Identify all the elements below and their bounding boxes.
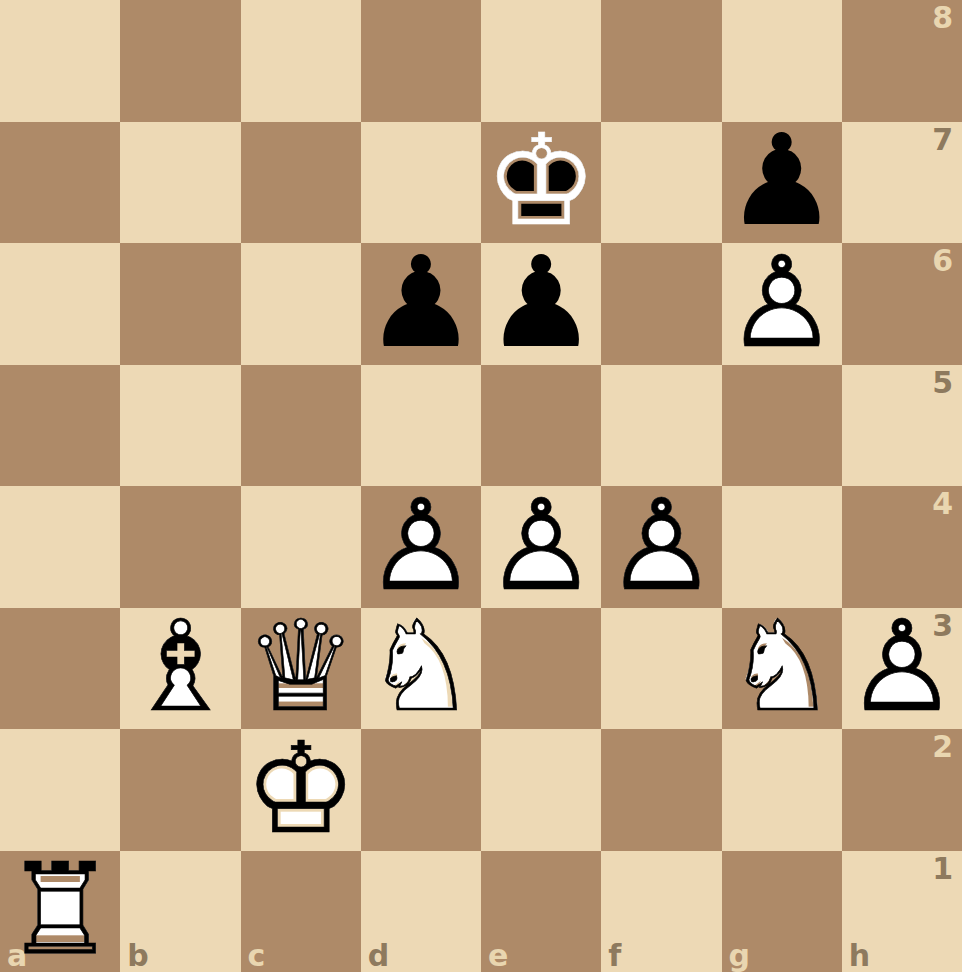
- square-d3[interactable]: ♞♘: [361, 608, 481, 730]
- white-pawn-outline-icon: ♙: [605, 482, 718, 608]
- piece-white-bishop[interactable]: ♝♗: [120, 608, 240, 730]
- square-f1[interactable]: f: [601, 851, 721, 972]
- file-label-b: b: [127, 941, 148, 971]
- black-king-outline-icon: ♔: [485, 118, 598, 244]
- piece-white-pawn[interactable]: ♟♙: [842, 608, 962, 730]
- white-bishop-outline-icon: ♗: [124, 604, 237, 730]
- square-h4[interactable]: 4: [842, 486, 962, 608]
- square-h8[interactable]: 8: [842, 0, 962, 122]
- square-h1[interactable]: 1h: [842, 851, 962, 972]
- square-d8[interactable]: [361, 0, 481, 122]
- square-e3[interactable]: [481, 608, 601, 730]
- black-pawn-icon: ♟: [485, 239, 598, 365]
- square-e4[interactable]: ♟♙: [481, 486, 601, 608]
- square-d6[interactable]: ♟: [361, 243, 481, 365]
- piece-white-rook[interactable]: ♜♖: [0, 851, 120, 972]
- piece-white-pawn[interactable]: ♟♙: [481, 486, 601, 608]
- piece-black-pawn[interactable]: ♟: [722, 122, 842, 244]
- rank-label-1: 1: [932, 854, 953, 884]
- rank-label-4: 4: [932, 489, 953, 519]
- piece-black-pawn[interactable]: ♟: [361, 243, 481, 365]
- square-g2[interactable]: [722, 729, 842, 851]
- square-a7[interactable]: [0, 122, 120, 244]
- square-b4[interactable]: [120, 486, 240, 608]
- square-f4[interactable]: ♟♙: [601, 486, 721, 608]
- piece-white-king[interactable]: ♚♔: [241, 729, 361, 851]
- square-c2[interactable]: ♚♔: [241, 729, 361, 851]
- square-g8[interactable]: [722, 0, 842, 122]
- piece-black-king[interactable]: ♚♔: [481, 122, 601, 244]
- rank-label-6: 6: [932, 246, 953, 276]
- square-b8[interactable]: [120, 0, 240, 122]
- square-f2[interactable]: [601, 729, 721, 851]
- square-a4[interactable]: [0, 486, 120, 608]
- rank-label-5: 5: [932, 368, 953, 398]
- square-c3[interactable]: ♛♕: [241, 608, 361, 730]
- square-e8[interactable]: [481, 0, 601, 122]
- white-pawn-outline-icon: ♙: [725, 239, 838, 365]
- square-a8[interactable]: [0, 0, 120, 122]
- square-c4[interactable]: [241, 486, 361, 608]
- square-e7[interactable]: ♚♔: [481, 122, 601, 244]
- piece-black-pawn[interactable]: ♟: [481, 243, 601, 365]
- square-g5[interactable]: [722, 365, 842, 487]
- piece-white-knight[interactable]: ♞♘: [722, 608, 842, 730]
- square-g6[interactable]: ♟♙: [722, 243, 842, 365]
- square-h7[interactable]: 7: [842, 122, 962, 244]
- file-label-g: g: [729, 941, 750, 971]
- square-c7[interactable]: [241, 122, 361, 244]
- white-pawn-outline-icon: ♙: [485, 482, 598, 608]
- rank-label-7: 7: [932, 125, 953, 155]
- square-b5[interactable]: [120, 365, 240, 487]
- white-knight-outline-icon: ♘: [725, 604, 838, 730]
- square-e6[interactable]: ♟: [481, 243, 601, 365]
- square-b7[interactable]: [120, 122, 240, 244]
- square-a1[interactable]: a♜♖: [0, 851, 120, 972]
- square-c8[interactable]: [241, 0, 361, 122]
- chess-board: 8♚♔♟7♟♟♟♙65♟♙♟♙♟♙4♝♗♛♕♞♘♞♘3♟♙♚♔2a♜♖bcdef…: [0, 0, 962, 972]
- square-c1[interactable]: c: [241, 851, 361, 972]
- square-d4[interactable]: ♟♙: [361, 486, 481, 608]
- square-a5[interactable]: [0, 365, 120, 487]
- piece-white-pawn[interactable]: ♟♙: [361, 486, 481, 608]
- square-a2[interactable]: [0, 729, 120, 851]
- black-pawn-icon: ♟: [725, 118, 838, 244]
- square-b2[interactable]: [120, 729, 240, 851]
- piece-white-knight[interactable]: ♞♘: [361, 608, 481, 730]
- black-pawn-icon: ♟: [364, 239, 477, 365]
- file-label-d: d: [368, 941, 389, 971]
- file-label-e: e: [488, 941, 508, 971]
- square-h3[interactable]: 3♟♙: [842, 608, 962, 730]
- square-d1[interactable]: d: [361, 851, 481, 972]
- square-g3[interactable]: ♞♘: [722, 608, 842, 730]
- square-f8[interactable]: [601, 0, 721, 122]
- square-f7[interactable]: [601, 122, 721, 244]
- square-e1[interactable]: e: [481, 851, 601, 972]
- file-label-c: c: [248, 941, 266, 971]
- white-pawn-outline-icon: ♙: [845, 604, 958, 730]
- white-pawn-outline-icon: ♙: [364, 482, 477, 608]
- white-rook-outline-icon: ♖: [4, 847, 117, 972]
- white-queen-outline-icon: ♕: [244, 604, 357, 730]
- square-g7[interactable]: ♟: [722, 122, 842, 244]
- square-h6[interactable]: 6: [842, 243, 962, 365]
- square-a3[interactable]: [0, 608, 120, 730]
- white-knight-outline-icon: ♘: [364, 604, 477, 730]
- piece-white-pawn[interactable]: ♟♙: [601, 486, 721, 608]
- square-g1[interactable]: g: [722, 851, 842, 972]
- square-b6[interactable]: [120, 243, 240, 365]
- square-f3[interactable]: [601, 608, 721, 730]
- rank-label-2: 2: [932, 732, 953, 762]
- piece-white-queen[interactable]: ♛♕: [241, 608, 361, 730]
- square-h2[interactable]: 2: [842, 729, 962, 851]
- square-f6[interactable]: [601, 243, 721, 365]
- file-label-f: f: [608, 941, 621, 971]
- square-b3[interactable]: ♝♗: [120, 608, 240, 730]
- square-c5[interactable]: [241, 365, 361, 487]
- square-d7[interactable]: [361, 122, 481, 244]
- white-king-outline-icon: ♔: [244, 725, 357, 851]
- rank-label-8: 8: [932, 3, 953, 33]
- square-f5[interactable]: [601, 365, 721, 487]
- piece-white-pawn[interactable]: ♟♙: [722, 243, 842, 365]
- square-h5[interactable]: 5: [842, 365, 962, 487]
- square-d5[interactable]: [361, 365, 481, 487]
- file-label-h: h: [849, 941, 870, 971]
- square-d2[interactable]: [361, 729, 481, 851]
- square-g4[interactable]: [722, 486, 842, 608]
- square-c6[interactable]: [241, 243, 361, 365]
- square-a6[interactable]: [0, 243, 120, 365]
- square-e2[interactable]: [481, 729, 601, 851]
- square-b1[interactable]: b: [120, 851, 240, 972]
- square-e5[interactable]: [481, 365, 601, 487]
